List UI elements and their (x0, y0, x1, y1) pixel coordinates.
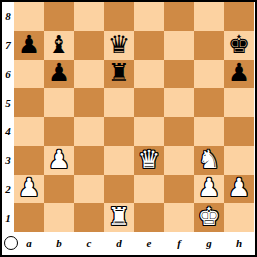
file-labels: abcdefgh (14, 232, 254, 254)
square-g7[interactable] (194, 31, 224, 60)
square-h1[interactable] (224, 203, 254, 232)
black-pawn-h6[interactable]: ♟ (228, 60, 250, 85)
square-d4[interactable] (104, 117, 134, 146)
square-e2[interactable] (134, 175, 164, 204)
white-to-move-indicator (4, 236, 18, 250)
white-pawn-a2[interactable]: ♟ (18, 175, 40, 200)
square-f2[interactable] (164, 175, 194, 204)
black-pawn-a7[interactable]: ♟ (18, 32, 40, 57)
square-f3[interactable] (164, 146, 194, 175)
square-d1[interactable]: ♜ (104, 203, 134, 232)
square-a1[interactable] (14, 203, 44, 232)
square-h7[interactable]: ♚ (224, 31, 254, 60)
black-queen-d7[interactable]: ♛ (108, 32, 130, 57)
file-label-a: a (14, 232, 44, 254)
square-h3[interactable] (224, 146, 254, 175)
square-f5[interactable] (164, 88, 194, 117)
chess-diagram: 87654321 ♟♝♛♚♟♜♟♟♛♞♟♟♟♜♚ abcdefgh (0, 0, 257, 257)
square-e7[interactable] (134, 31, 164, 60)
black-pawn-b6[interactable]: ♟ (48, 60, 70, 85)
square-d7[interactable]: ♛ (104, 31, 134, 60)
black-king-h7[interactable]: ♚ (228, 32, 250, 57)
square-b3[interactable]: ♟ (44, 146, 74, 175)
square-f4[interactable] (164, 117, 194, 146)
rank-label-5: 5 (2, 88, 14, 117)
square-f1[interactable] (164, 203, 194, 232)
square-a4[interactable] (14, 117, 44, 146)
square-b5[interactable] (44, 88, 74, 117)
square-g6[interactable] (194, 60, 224, 89)
file-label-e: e (134, 232, 164, 254)
square-c6[interactable] (74, 60, 104, 89)
rank-label-2: 2 (2, 175, 14, 204)
file-label-h: h (224, 232, 254, 254)
rank-labels: 87654321 (2, 2, 14, 232)
square-a8[interactable] (14, 2, 44, 31)
white-pawn-h2[interactable]: ♟ (228, 175, 250, 200)
square-a3[interactable] (14, 146, 44, 175)
square-e8[interactable] (134, 2, 164, 31)
square-h5[interactable] (224, 88, 254, 117)
file-label-f: f (164, 232, 194, 254)
rank-label-1: 1 (2, 203, 14, 232)
square-g5[interactable] (194, 88, 224, 117)
square-f7[interactable] (164, 31, 194, 60)
square-a2[interactable]: ♟ (14, 175, 44, 204)
square-b7[interactable]: ♝ (44, 31, 74, 60)
square-g1[interactable]: ♚ (194, 203, 224, 232)
square-e5[interactable] (134, 88, 164, 117)
square-g3[interactable]: ♞ (194, 146, 224, 175)
rank-label-4: 4 (2, 117, 14, 146)
rank-label-6: 6 (2, 60, 14, 89)
square-c3[interactable] (74, 146, 104, 175)
square-c4[interactable] (74, 117, 104, 146)
square-e4[interactable] (134, 117, 164, 146)
white-rook-d1[interactable]: ♜ (108, 204, 130, 229)
square-h6[interactable]: ♟ (224, 60, 254, 89)
square-b6[interactable]: ♟ (44, 60, 74, 89)
square-d5[interactable] (104, 88, 134, 117)
square-g2[interactable]: ♟ (194, 175, 224, 204)
square-a7[interactable]: ♟ (14, 31, 44, 60)
square-c5[interactable] (74, 88, 104, 117)
square-c8[interactable] (74, 2, 104, 31)
square-b1[interactable] (44, 203, 74, 232)
square-h2[interactable]: ♟ (224, 175, 254, 204)
square-e3[interactable]: ♛ (134, 146, 164, 175)
square-d3[interactable] (104, 146, 134, 175)
square-h4[interactable] (224, 117, 254, 146)
white-pawn-g2[interactable]: ♟ (198, 175, 220, 200)
square-b2[interactable] (44, 175, 74, 204)
square-c1[interactable] (74, 203, 104, 232)
square-b8[interactable] (44, 2, 74, 31)
file-label-d: d (104, 232, 134, 254)
square-g4[interactable] (194, 117, 224, 146)
square-d8[interactable] (104, 2, 134, 31)
square-d2[interactable] (104, 175, 134, 204)
rank-label-3: 3 (2, 146, 14, 175)
white-knight-g3[interactable]: ♞ (198, 147, 220, 172)
file-label-b: b (44, 232, 74, 254)
file-label-g: g (194, 232, 224, 254)
white-king-g1[interactable]: ♚ (198, 204, 220, 229)
square-b4[interactable] (44, 117, 74, 146)
square-g8[interactable] (194, 2, 224, 31)
square-d6[interactable]: ♜ (104, 60, 134, 89)
black-rook-d6[interactable]: ♜ (108, 60, 130, 85)
rank-label-8: 8 (2, 2, 14, 31)
square-f6[interactable] (164, 60, 194, 89)
file-label-c: c (74, 232, 104, 254)
square-a6[interactable] (14, 60, 44, 89)
rank-label-7: 7 (2, 31, 14, 60)
square-a5[interactable] (14, 88, 44, 117)
square-c7[interactable] (74, 31, 104, 60)
white-queen-e3[interactable]: ♛ (138, 147, 160, 172)
square-e1[interactable] (134, 203, 164, 232)
chess-board: ♟♝♛♚♟♜♟♟♛♞♟♟♟♜♚ (14, 2, 254, 232)
square-h8[interactable] (224, 2, 254, 31)
square-c2[interactable] (74, 175, 104, 204)
black-bishop-b7[interactable]: ♝ (48, 32, 70, 57)
square-f8[interactable] (164, 2, 194, 31)
white-pawn-b3[interactable]: ♟ (48, 147, 70, 172)
square-e6[interactable] (134, 60, 164, 89)
